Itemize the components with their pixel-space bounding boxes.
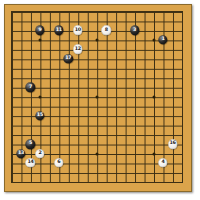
stone-white-16: 16: [168, 139, 177, 148]
stone-black-5: 5: [26, 139, 35, 148]
stone-black-3: 3: [130, 26, 139, 35]
star-point: [152, 95, 155, 98]
stone-white-6: 6: [54, 158, 63, 167]
stone-white-4: 4: [158, 158, 167, 167]
move-number-label: 13: [18, 151, 24, 156]
move-number-label: 7: [29, 85, 32, 90]
move-number-label: 9: [38, 28, 41, 33]
board-grid: 1234567891011121314151617: [11, 11, 184, 184]
star-point: [95, 95, 98, 98]
stone-white-14: 14: [26, 158, 35, 167]
move-number-label: 11: [56, 28, 62, 33]
move-number-label: 17: [65, 56, 71, 61]
diagram-frame: 1234567891011121314151617: [0, 0, 200, 200]
stone-black-13: 13: [16, 149, 25, 158]
stone-white-10: 10: [73, 26, 82, 35]
stone-black-9: 9: [35, 26, 44, 35]
stone-black-17: 17: [64, 54, 73, 63]
stone-black-7: 7: [26, 83, 35, 92]
star-point: [95, 38, 98, 41]
star-point: [38, 38, 41, 41]
move-number-label: 8: [105, 28, 108, 33]
move-number-label: 12: [75, 47, 81, 52]
star-point: [38, 95, 41, 98]
stone-white-8: 8: [102, 26, 111, 35]
move-number-label: 6: [57, 161, 60, 166]
move-number-label: 16: [169, 142, 175, 147]
move-number-label: 4: [162, 161, 165, 166]
stone-black-15: 15: [35, 111, 44, 120]
star-point: [95, 152, 98, 155]
stone-black-1: 1: [158, 35, 167, 44]
stone-white-12: 12: [73, 45, 82, 54]
move-number-label: 15: [37, 113, 43, 118]
star-point: [152, 152, 155, 155]
stone-white-2: 2: [35, 149, 44, 158]
stone-black-11: 11: [54, 26, 63, 35]
go-board: 1234567891011121314151617: [4, 4, 192, 192]
move-number-label: 14: [27, 161, 33, 166]
move-number-label: 5: [29, 142, 32, 147]
move-number-label: 10: [75, 28, 81, 33]
move-number-label: 1: [162, 38, 165, 43]
move-number-label: 3: [133, 28, 136, 33]
star-point: [152, 38, 155, 41]
move-number-label: 2: [38, 151, 41, 156]
